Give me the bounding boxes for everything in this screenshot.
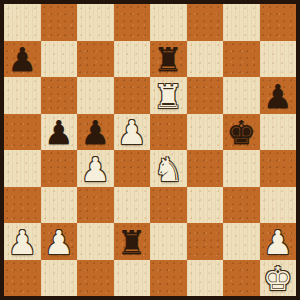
black-rook: ♜: [153, 43, 183, 76]
black-pawn: ♟: [7, 43, 37, 76]
square-c6[interactable]: [77, 77, 114, 114]
square-d3[interactable]: [114, 187, 151, 224]
square-e3[interactable]: [150, 187, 187, 224]
white-pawn: ♟: [80, 153, 110, 186]
square-e5[interactable]: [150, 114, 187, 151]
square-e1[interactable]: [150, 260, 187, 297]
square-f4[interactable]: [187, 150, 224, 187]
square-a4[interactable]: [4, 150, 41, 187]
square-g7[interactable]: [223, 41, 260, 78]
square-c7[interactable]: [77, 41, 114, 78]
square-a7[interactable]: ♟: [4, 41, 41, 78]
board-frame: ♟♜♜♟♟♟♟♚♟♞♟♟♜♟♚: [0, 0, 300, 300]
black-rook: ♜: [117, 226, 147, 259]
white-pawn: ♟: [44, 226, 74, 259]
square-e2[interactable]: [150, 223, 187, 260]
square-h8[interactable]: [260, 4, 297, 41]
square-g1[interactable]: [223, 260, 260, 297]
white-king: ♚: [263, 262, 293, 295]
white-pawn: ♟: [117, 116, 147, 149]
black-pawn: ♟: [80, 116, 110, 149]
square-h2[interactable]: ♟: [260, 223, 297, 260]
square-g4[interactable]: [223, 150, 260, 187]
square-a6[interactable]: [4, 77, 41, 114]
square-e4[interactable]: ♞: [150, 150, 187, 187]
square-h5[interactable]: [260, 114, 297, 151]
square-h3[interactable]: [260, 187, 297, 224]
square-c5[interactable]: ♟: [77, 114, 114, 151]
square-d1[interactable]: [114, 260, 151, 297]
square-a1[interactable]: [4, 260, 41, 297]
square-d4[interactable]: [114, 150, 151, 187]
square-d7[interactable]: [114, 41, 151, 78]
square-e7[interactable]: ♜: [150, 41, 187, 78]
square-d8[interactable]: [114, 4, 151, 41]
square-b2[interactable]: ♟: [41, 223, 78, 260]
square-g5[interactable]: ♚: [223, 114, 260, 151]
square-f2[interactable]: [187, 223, 224, 260]
square-b3[interactable]: [41, 187, 78, 224]
square-d2[interactable]: ♜: [114, 223, 151, 260]
black-pawn: ♟: [44, 116, 74, 149]
square-c3[interactable]: [77, 187, 114, 224]
square-f8[interactable]: [187, 4, 224, 41]
chessboard: ♟♜♜♟♟♟♟♚♟♞♟♟♜♟♚: [4, 4, 296, 296]
square-g3[interactable]: [223, 187, 260, 224]
square-h4[interactable]: [260, 150, 297, 187]
square-h6[interactable]: ♟: [260, 77, 297, 114]
square-b7[interactable]: [41, 41, 78, 78]
square-b4[interactable]: [41, 150, 78, 187]
square-a2[interactable]: ♟: [4, 223, 41, 260]
white-rook: ♜: [153, 80, 183, 113]
square-f1[interactable]: [187, 260, 224, 297]
square-c2[interactable]: [77, 223, 114, 260]
square-a8[interactable]: [4, 4, 41, 41]
white-pawn: ♟: [7, 226, 37, 259]
square-a3[interactable]: [4, 187, 41, 224]
square-e8[interactable]: [150, 4, 187, 41]
black-king: ♚: [226, 116, 256, 149]
white-pawn: ♟: [263, 226, 293, 259]
square-f3[interactable]: [187, 187, 224, 224]
square-a5[interactable]: [4, 114, 41, 151]
white-knight: ♞: [153, 153, 183, 186]
square-d5[interactable]: ♟: [114, 114, 151, 151]
square-f6[interactable]: [187, 77, 224, 114]
square-c1[interactable]: [77, 260, 114, 297]
square-b5[interactable]: ♟: [41, 114, 78, 151]
square-g8[interactable]: [223, 4, 260, 41]
square-h1[interactable]: ♚: [260, 260, 297, 297]
square-d6[interactable]: [114, 77, 151, 114]
square-b6[interactable]: [41, 77, 78, 114]
square-f5[interactable]: [187, 114, 224, 151]
square-c4[interactable]: ♟: [77, 150, 114, 187]
square-e6[interactable]: ♜: [150, 77, 187, 114]
square-h7[interactable]: [260, 41, 297, 78]
square-b1[interactable]: [41, 260, 78, 297]
square-g6[interactable]: [223, 77, 260, 114]
square-c8[interactable]: [77, 4, 114, 41]
square-f7[interactable]: [187, 41, 224, 78]
square-g2[interactable]: [223, 223, 260, 260]
black-pawn: ♟: [263, 80, 293, 113]
square-b8[interactable]: [41, 4, 78, 41]
